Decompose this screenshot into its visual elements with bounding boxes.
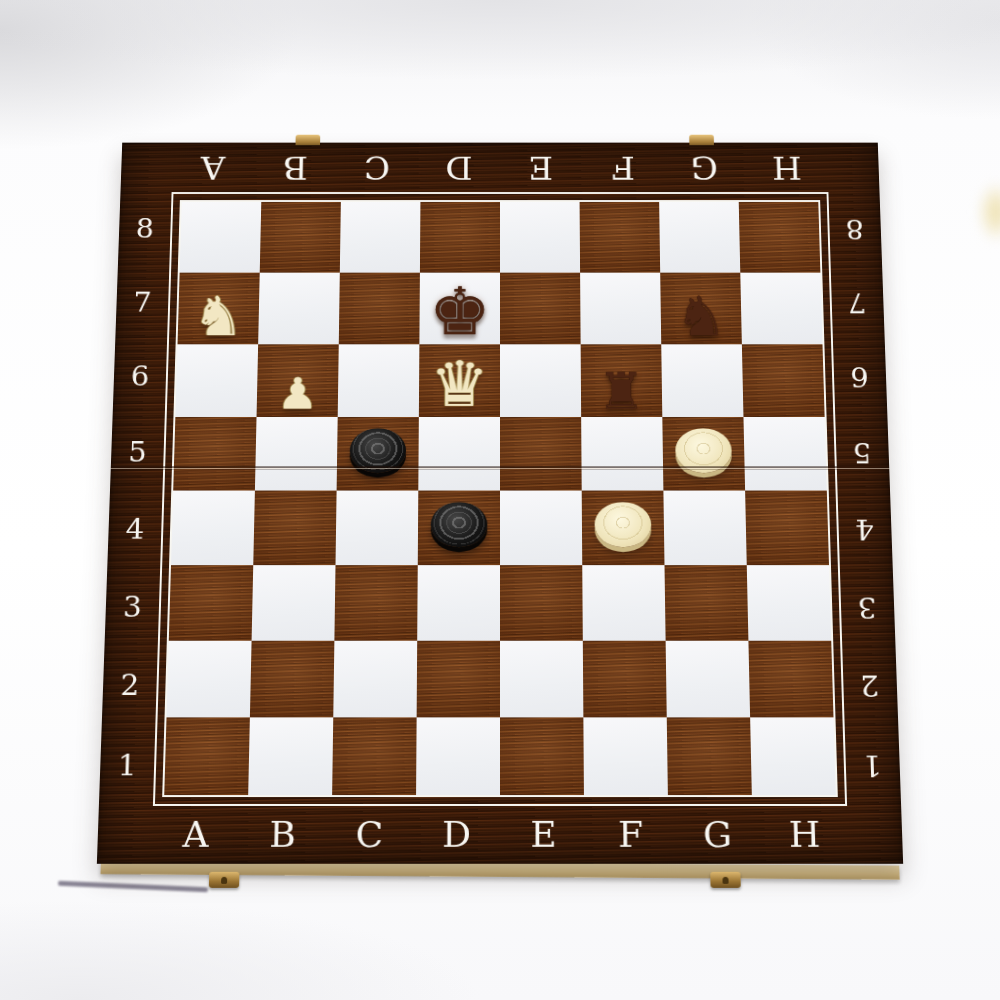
rank-label-left-7: 7 [133, 289, 152, 316]
piece-white-queen-d6[interactable]: ♛ [430, 356, 489, 415]
square-g4[interactable] [663, 491, 746, 566]
square-a7[interactable]: ♞ [178, 273, 260, 345]
file-label-top-g: G [691, 151, 719, 183]
file-label-top-h: H [771, 151, 802, 183]
square-c3[interactable] [334, 565, 417, 641]
square-a4[interactable] [171, 491, 255, 566]
square-c4[interactable] [336, 491, 419, 566]
piece-white-knight-a7[interactable]: ♞ [192, 291, 245, 343]
chess-board: ABCDEFGH 87654321 ♞♚♞♟♛♜ 87654321 ABCDEF… [97, 143, 903, 864]
square-b3[interactable] [252, 565, 336, 641]
square-c8[interactable] [340, 202, 421, 273]
piece-white-pawn-b6[interactable]: ♟ [277, 374, 318, 415]
piece-dark-knight-g7[interactable]: ♞ [675, 291, 727, 343]
rank-label-left-2: 2 [120, 671, 140, 700]
square-g3[interactable] [664, 565, 748, 641]
board-grid: ♞♚♞♟♛♜ [162, 200, 838, 797]
square-c2[interactable] [333, 641, 417, 718]
rank-label-right-6: 6 [850, 363, 869, 391]
square-e5[interactable] [500, 417, 582, 491]
square-h7[interactable] [740, 273, 822, 345]
square-c5[interactable] [337, 417, 419, 491]
file-label-top-c: C [364, 151, 390, 183]
square-d4[interactable] [418, 491, 500, 566]
square-g2[interactable] [666, 641, 751, 718]
square-a2[interactable] [167, 641, 252, 718]
rank-label-left-3: 3 [123, 592, 143, 621]
square-b5[interactable] [255, 417, 338, 491]
square-g6[interactable] [661, 344, 743, 417]
square-d7[interactable]: ♚ [419, 273, 500, 345]
square-e3[interactable] [500, 565, 583, 641]
hinge-icon-right [689, 135, 714, 146]
square-a3[interactable] [169, 565, 253, 641]
piece-dark-rook-f6[interactable]: ♜ [597, 367, 645, 415]
square-g1[interactable] [667, 717, 752, 795]
rank-label-left-6: 6 [130, 363, 149, 391]
rank-label-left-5: 5 [128, 438, 147, 466]
rank-label-right-3: 3 [858, 592, 878, 621]
square-b6[interactable]: ♟ [257, 344, 339, 417]
square-h6[interactable] [742, 344, 825, 417]
board-fold-seam [111, 466, 890, 470]
square-e6[interactable] [500, 344, 581, 417]
square-d8[interactable] [420, 202, 500, 273]
square-e7[interactable] [500, 273, 581, 345]
square-c6[interactable] [338, 344, 420, 417]
file-label-bottom-c: C [355, 817, 383, 853]
square-e4[interactable] [500, 491, 582, 566]
square-b1[interactable] [248, 717, 333, 795]
file-label-bottom-a: A [182, 817, 209, 853]
rank-label-left-1: 1 [117, 751, 137, 781]
file-label-bottom-d: D [442, 817, 471, 853]
file-label-top-b: B [282, 151, 308, 183]
square-e8[interactable] [500, 202, 580, 273]
square-h5[interactable] [743, 417, 826, 491]
rank-label-left-8: 8 [135, 215, 154, 242]
file-label-top-d: D [445, 151, 472, 183]
square-d2[interactable] [417, 641, 500, 718]
square-g7[interactable]: ♞ [660, 273, 742, 345]
clasp-icon-right [710, 872, 741, 888]
checker-black-d4[interactable] [431, 501, 488, 546]
square-g8[interactable] [659, 202, 740, 273]
square-a1[interactable] [164, 717, 250, 795]
piece-dark-king-d7[interactable]: ♚ [429, 280, 491, 342]
file-label-bottom-h: H [788, 817, 820, 853]
square-f7[interactable] [580, 273, 661, 345]
square-g5[interactable] [662, 417, 745, 491]
rank-label-right-2: 2 [860, 671, 880, 700]
file-labels-top: ABCDEFGH [172, 143, 829, 193]
file-label-top-e: E [529, 151, 554, 183]
square-a6[interactable] [175, 344, 258, 417]
square-f4[interactable] [582, 491, 665, 566]
square-f2[interactable] [583, 641, 667, 718]
rank-label-right-5: 5 [853, 438, 872, 466]
square-h3[interactable] [747, 565, 831, 641]
square-f1[interactable] [583, 717, 668, 795]
file-label-bottom-e: E [530, 817, 556, 853]
file-labels-bottom: ABCDEFGH [151, 806, 849, 864]
rank-label-left-4: 4 [125, 515, 145, 543]
file-label-bottom-b: B [269, 817, 296, 853]
rank-label-right-7: 7 [848, 289, 867, 316]
square-h1[interactable] [750, 717, 836, 795]
square-d5[interactable] [418, 417, 500, 491]
file-label-top-a: A [201, 151, 226, 183]
file-label-bottom-f: F [618, 817, 643, 853]
square-f5[interactable] [581, 417, 663, 491]
square-a5[interactable] [173, 417, 256, 491]
play-area-border: ♞♚♞♟♛♜ [153, 192, 847, 806]
hinge-icon-left [296, 135, 321, 146]
rank-label-right-4: 4 [855, 515, 875, 543]
square-f8[interactable] [580, 202, 661, 273]
file-label-top-f: F [611, 151, 635, 183]
square-a8[interactable] [180, 202, 262, 273]
clasp-icon-left [209, 872, 240, 888]
square-d6[interactable]: ♛ [419, 344, 500, 417]
rank-label-right-8: 8 [846, 215, 865, 242]
file-label-bottom-g: G [703, 817, 733, 853]
square-f3[interactable] [582, 565, 665, 641]
square-b2[interactable] [250, 641, 335, 718]
square-b7[interactable] [258, 273, 340, 345]
rank-label-right-1: 1 [863, 751, 883, 781]
square-d1[interactable] [416, 717, 500, 795]
square-d3[interactable] [417, 565, 500, 641]
square-h4[interactable] [745, 491, 829, 566]
square-h8[interactable] [739, 202, 821, 273]
square-c7[interactable] [339, 273, 420, 345]
square-c1[interactable] [332, 717, 417, 795]
square-b4[interactable] [253, 491, 336, 566]
board-frame: ABCDEFGH 87654321 ♞♚♞♟♛♜ 87654321 ABCDEF… [97, 143, 903, 864]
square-b8[interactable] [260, 202, 341, 273]
checker-white-f4[interactable] [594, 501, 651, 546]
square-e2[interactable] [500, 641, 583, 718]
square-f6[interactable]: ♜ [581, 344, 663, 417]
square-e1[interactable] [500, 717, 584, 795]
square-h2[interactable] [748, 641, 833, 718]
